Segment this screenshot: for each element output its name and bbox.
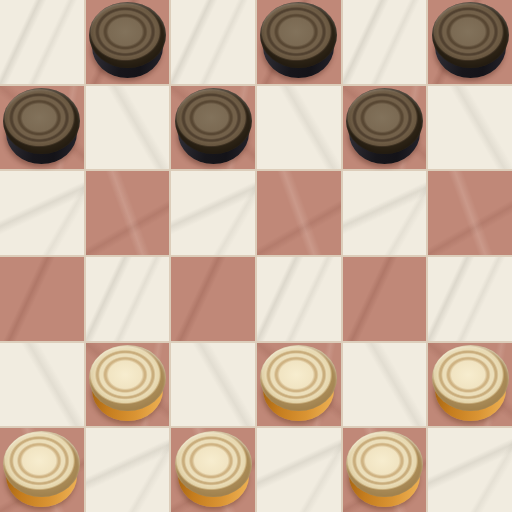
board-square-r4c5[interactable] [428,343,512,427]
light-checker-piece[interactable] [3,431,80,507]
piece-face [346,88,423,154]
board-square-r5c2[interactable] [171,428,255,512]
piece-face [3,88,80,154]
piece-face [175,88,252,154]
board-square-r4c2[interactable] [171,343,255,427]
board-square-r2c3[interactable] [257,171,341,255]
board-square-r0c0[interactable] [0,0,84,84]
board-square-r1c4[interactable] [343,86,427,170]
piece-face [175,431,252,497]
board-square-r5c1[interactable] [86,428,170,512]
board-square-r3c0[interactable] [0,257,84,341]
board-square-r3c4[interactable] [343,257,427,341]
board-square-r4c3[interactable] [257,343,341,427]
light-checker-piece[interactable] [175,431,252,507]
board-square-r2c1[interactable] [86,171,170,255]
dark-checker-piece[interactable] [89,2,166,78]
board-square-r5c4[interactable] [343,428,427,512]
board-square-r3c2[interactable] [171,257,255,341]
board-square-r5c3[interactable] [257,428,341,512]
checkers-board [0,0,512,512]
board-square-r5c0[interactable] [0,428,84,512]
board-square-r4c4[interactable] [343,343,427,427]
game-screen [0,0,512,512]
dark-checker-piece[interactable] [346,88,423,164]
board-square-r2c2[interactable] [171,171,255,255]
board-square-r2c4[interactable] [343,171,427,255]
board-square-r4c0[interactable] [0,343,84,427]
board-square-r0c5[interactable] [428,0,512,84]
dark-checker-piece[interactable] [432,2,509,78]
board-square-r2c0[interactable] [0,171,84,255]
board-square-r1c0[interactable] [0,86,84,170]
board-square-r1c5[interactable] [428,86,512,170]
light-checker-piece[interactable] [432,345,509,421]
piece-face [260,345,337,411]
piece-face [89,2,166,68]
dark-checker-piece[interactable] [3,88,80,164]
board-square-r4c1[interactable] [86,343,170,427]
board-square-r0c3[interactable] [257,0,341,84]
board-square-r0c1[interactable] [86,0,170,84]
piece-face [89,345,166,411]
board-square-r0c4[interactable] [343,0,427,84]
board-square-r3c3[interactable] [257,257,341,341]
board-square-r2c5[interactable] [428,171,512,255]
piece-face [346,431,423,497]
board-square-r5c5[interactable] [428,428,512,512]
dark-checker-piece[interactable] [260,2,337,78]
board-square-r1c3[interactable] [257,86,341,170]
piece-face [3,431,80,497]
board-square-r3c5[interactable] [428,257,512,341]
light-checker-piece[interactable] [346,431,423,507]
piece-face [432,2,509,68]
board-square-r1c2[interactable] [171,86,255,170]
light-checker-piece[interactable] [89,345,166,421]
light-checker-piece[interactable] [260,345,337,421]
board-square-r0c2[interactable] [171,0,255,84]
board-square-r3c1[interactable] [86,257,170,341]
piece-face [432,345,509,411]
board-square-r1c1[interactable] [86,86,170,170]
dark-checker-piece[interactable] [175,88,252,164]
